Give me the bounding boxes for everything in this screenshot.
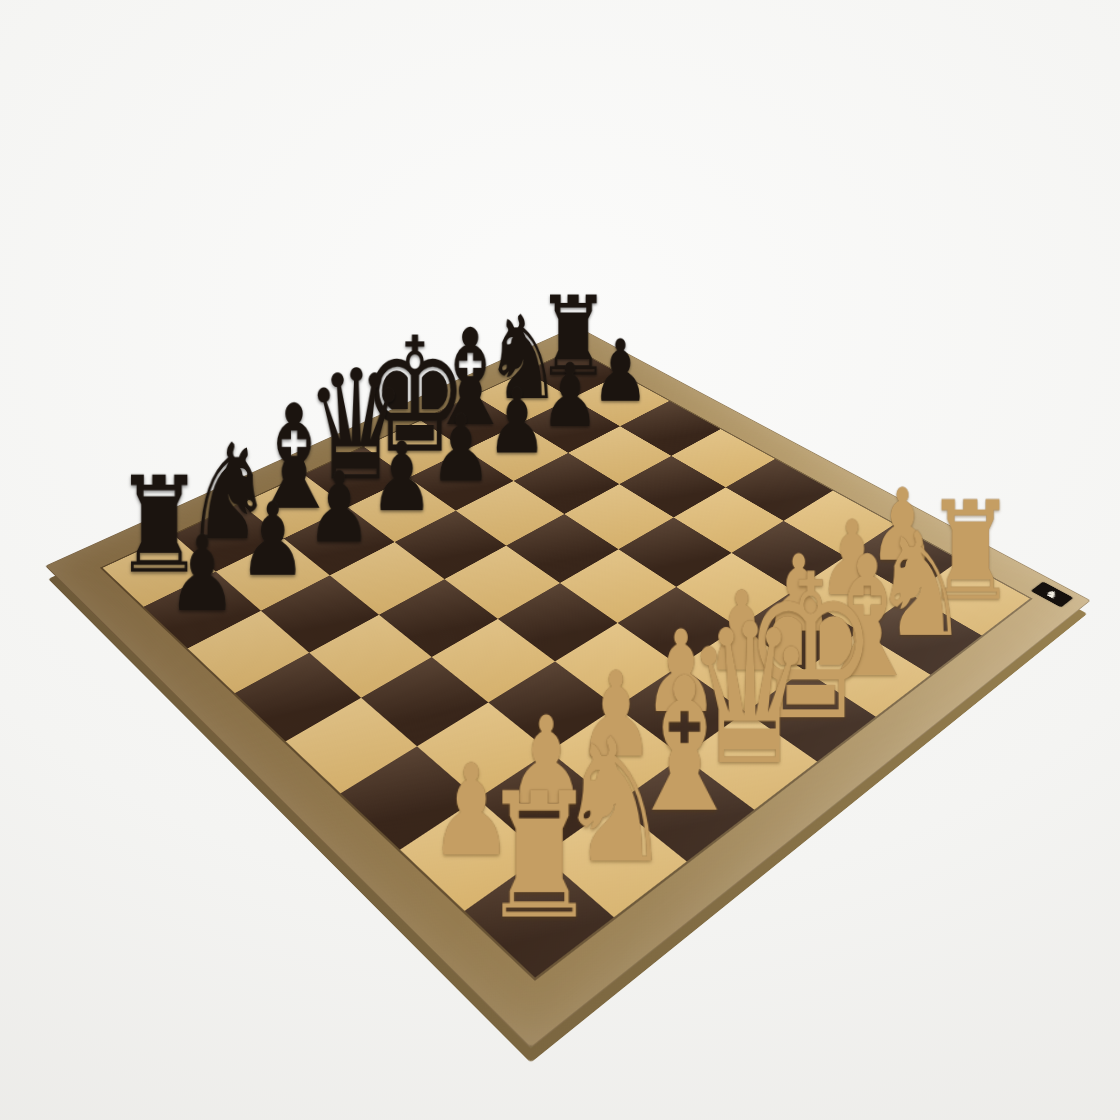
chess-board-3d: ♞ ♜♞♝♛♚♝♞♜♟♟♟♟♟♟♟♟♟♟♟♟♟♟♟♟♜♞♝♛♚♝♞♜ xyxy=(45,326,1091,1049)
brand-logo: ♞ xyxy=(1031,582,1074,608)
square-b4[interactable] xyxy=(361,657,488,746)
square-c5[interactable] xyxy=(379,579,498,657)
photo-background: ♞ ♜♞♝♛♚♝♞♜♟♟♟♟♟♟♟♟♟♟♟♟♟♟♟♟♜♞♝♛♚♝♞♜ xyxy=(0,0,1120,1120)
square-b5[interactable] xyxy=(309,615,431,698)
square-a5[interactable] xyxy=(235,653,361,742)
brand-knight-icon: ♞ xyxy=(1042,588,1062,601)
square-a6[interactable] xyxy=(188,611,310,693)
square-b6[interactable] xyxy=(261,575,379,652)
square-a4[interactable] xyxy=(286,698,417,794)
